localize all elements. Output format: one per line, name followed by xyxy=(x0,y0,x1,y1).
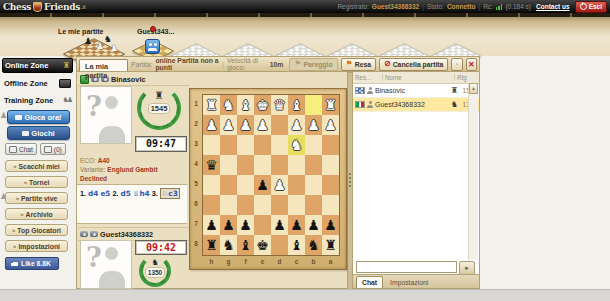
square-g7[interactable]: ♟ xyxy=(220,215,237,235)
detach-button[interactable]: ▫ xyxy=(451,58,462,71)
file-label-g: g xyxy=(220,256,237,267)
white-rook-h1: ♜ xyxy=(205,95,218,115)
player-row-guest34368332[interactable]: Guest34368332♞1350 xyxy=(353,98,479,112)
player-row-binasovic[interactable]: Binasovic♜1545 xyxy=(353,84,479,98)
opponent-avatar: ? xyxy=(80,86,132,144)
eco-label: ECO: xyxy=(80,157,96,164)
resign-flag-icon: ⚑ xyxy=(346,60,353,68)
speed-label: Velocità di gioco: xyxy=(227,57,267,71)
square-d4[interactable] xyxy=(271,155,288,175)
menu-label: Partite vive xyxy=(21,195,57,202)
white-pawn-a2: ♟ xyxy=(324,115,337,135)
draw-flag-icon: ⚑ xyxy=(294,60,301,68)
person-icon xyxy=(367,101,373,108)
avatar-silhouette xyxy=(99,126,125,144)
webcam-icon[interactable] xyxy=(80,231,88,237)
move[interactable]: d5 xyxy=(121,189,131,198)
square-e7[interactable] xyxy=(254,215,271,235)
file-label-c: c xyxy=(288,256,305,267)
square-g3[interactable] xyxy=(220,135,237,155)
square-h5[interactable] xyxy=(203,175,220,195)
white-queen-d1: ♛ xyxy=(273,95,286,115)
games-thumbnail-bar: Le mie partite ♟ ♟ ♞ ♟ Guest343... Binas… xyxy=(0,13,610,56)
person-icon xyxy=(367,87,373,94)
column-res: Res... xyxy=(353,74,383,81)
black-pawn-c7: ♟ xyxy=(290,215,303,235)
square-g1[interactable]: ♞ xyxy=(220,95,237,115)
square-b2[interactable]: ♟ xyxy=(305,115,322,135)
variant-label: Variante: xyxy=(80,166,106,173)
chat-toggle-row: Chat (0) xyxy=(5,143,66,155)
move-number[interactable]: 2. xyxy=(112,189,118,198)
player-header: Guest34368332 xyxy=(78,227,190,241)
sidebar-item-online-zone[interactable]: Online Zone ♜ xyxy=(2,58,73,73)
status-value: Connetto xyxy=(447,3,476,10)
square-h6[interactable] xyxy=(203,195,220,215)
bullet-icon: » xyxy=(13,163,16,169)
move-number[interactable]: 1. xyxy=(80,189,86,198)
square-a2[interactable]: ♟ xyxy=(322,115,339,135)
page-footer-strip xyxy=(0,289,610,301)
square-e2[interactable]: ♟ xyxy=(254,115,271,135)
column-rtg: Rtg xyxy=(455,74,479,81)
players-panel: Res... Nome Rtg Binasovic♜1545Guest34368… xyxy=(352,72,480,289)
thumb-pawn-icon: ♟ xyxy=(96,42,104,51)
sidebar-item-scacchi-miei[interactable]: »Scacchi miei xyxy=(5,160,68,172)
game-panel: Binasovic ? ♜ 1545 09:47 ECO: A40 Varian… xyxy=(76,72,348,289)
square-g5[interactable] xyxy=(220,175,237,195)
screen-icon xyxy=(59,79,71,88)
notifications-button[interactable]: (0) xyxy=(40,143,66,155)
sidebar: Online Zone ♜ Offline Zone Training Zone… xyxy=(0,56,76,289)
white-bishop-f1: ♝ xyxy=(239,95,252,115)
column-nome: Nome xyxy=(383,74,455,81)
rc-label: Rc: xyxy=(483,3,493,10)
white-knight-c3: ♞ xyxy=(290,135,303,155)
site-logo[interactable]: Chess Friends .it xyxy=(3,2,85,12)
scroll-up-icon[interactable]: ▲ xyxy=(469,83,478,94)
square-e3[interactable] xyxy=(254,135,271,155)
square-g4[interactable] xyxy=(220,155,237,175)
square-c7[interactable]: ♟ xyxy=(288,215,305,235)
scrollbar[interactable]: ▲ xyxy=(468,83,478,260)
rank-label-2: 2 xyxy=(190,114,202,134)
players-table: Binasovic♜1545Guest34368332♞1350 xyxy=(353,84,479,112)
logo-text-2: Friends xyxy=(44,2,80,12)
thumb-pawn-icon: ♟ xyxy=(84,37,92,46)
question-mark: ? xyxy=(86,242,102,273)
player-rating-wreath: ♞ 1350 xyxy=(139,255,171,287)
contact-us-link[interactable]: Contact us xyxy=(536,3,570,10)
tab-settings[interactable]: Impostazioni xyxy=(386,277,432,288)
rc-value: (0.184 s) xyxy=(505,3,531,10)
square-c1[interactable]: ♝ xyxy=(288,95,305,115)
players-icon xyxy=(145,39,160,54)
file-label-h: h xyxy=(203,256,220,267)
square-e1[interactable]: ♚ xyxy=(254,95,271,115)
square-g8[interactable]: ♞ xyxy=(220,235,237,255)
status-label: Stato: xyxy=(427,3,444,10)
bullet-icon: » xyxy=(16,195,19,201)
games-icon xyxy=(22,131,29,136)
rank-label-3: 3 xyxy=(190,134,202,154)
panel-tabs: Chat Impostazioni xyxy=(353,274,479,288)
white-king-e1: ♚ xyxy=(256,95,269,115)
logout-label: Esci xyxy=(589,3,602,10)
white-knight-g1: ♞ xyxy=(222,95,235,115)
square-d1[interactable]: ♛ xyxy=(271,95,288,115)
draw-label: Pareggio xyxy=(303,61,332,68)
white-pawn-f2: ♟ xyxy=(239,115,252,135)
black-pawn-b7: ♟ xyxy=(307,215,320,235)
square-b7[interactable]: ♟ xyxy=(305,215,322,235)
pawns-icon: ♞♟ xyxy=(62,96,71,104)
square-c8[interactable]: ♝ xyxy=(288,235,305,255)
rank-label-7: 7 xyxy=(190,214,202,234)
chess-board: 12345678 ♜♞♝♚♛♝♜♟♟♟♟♟♟♟♞♛♟♟♟♟♟♟♟♟♟♜♞♝♚♝♞… xyxy=(189,88,347,270)
games-label: Giochi xyxy=(31,129,54,138)
square-c6[interactable] xyxy=(288,195,305,215)
my-games-label: Le mie partite xyxy=(58,28,104,35)
training-zone-label: Training Zone xyxy=(4,96,53,105)
bullet-icon: » xyxy=(24,179,27,185)
square-g6[interactable] xyxy=(220,195,237,215)
rank-label-1: 1 xyxy=(190,94,202,114)
black-rook-h8: ♜ xyxy=(205,235,218,255)
square-f7[interactable]: ♟ xyxy=(237,215,254,235)
rank-label-8: 8 xyxy=(190,234,202,254)
send-button[interactable]: ▸ xyxy=(459,261,475,275)
knight-badge-icon: ♞ xyxy=(139,258,171,268)
row-player-name: Binasovic xyxy=(375,87,449,94)
white-pawn-h2: ♟ xyxy=(205,115,218,135)
chat-input[interactable] xyxy=(356,261,457,273)
square-d5[interactable]: ♟ xyxy=(271,175,288,195)
cancel-game-button[interactable]: ⊘Cancella partita xyxy=(379,58,448,71)
facebook-like-button[interactable]: Like 8.8K xyxy=(5,257,59,270)
resign-button[interactable]: ⚑Resa xyxy=(341,58,376,71)
black-pawn-f7: ♟ xyxy=(239,215,252,235)
play-icon xyxy=(15,115,22,120)
logo-text-1: Chess xyxy=(3,2,31,12)
sidebar-item-impostazioni[interactable]: »Impostazioni xyxy=(5,240,68,252)
square-b4[interactable] xyxy=(305,155,322,175)
square-b3[interactable] xyxy=(305,135,322,155)
square-a6[interactable] xyxy=(322,195,339,215)
power-icon xyxy=(580,3,587,10)
square-b6[interactable] xyxy=(305,195,322,215)
square-a1[interactable]: ♜ xyxy=(322,95,339,115)
square-a5[interactable] xyxy=(322,175,339,195)
sidebar-item-offline-zone[interactable]: Offline Zone xyxy=(2,76,73,90)
square-e5[interactable]: ♟ xyxy=(254,175,271,195)
sidebar-item-top-giocatori[interactable]: »Top Giocatori xyxy=(5,224,68,236)
rank-label-5: 5 xyxy=(190,174,202,194)
avatar-silhouette xyxy=(99,271,125,289)
black-bishop-c8: ♝ xyxy=(290,235,303,255)
player-clock: 09:42 xyxy=(135,240,187,255)
logout-button[interactable]: Esci xyxy=(575,1,607,13)
white-pawn-g2: ♟ xyxy=(222,115,235,135)
square-f2[interactable]: ♟ xyxy=(237,115,254,135)
square-a7[interactable]: ♟ xyxy=(322,215,339,235)
registered-username: Guest34368332 xyxy=(372,3,419,10)
draw-button[interactable]: ⚑Pareggio xyxy=(289,58,337,71)
file-label-e: e xyxy=(254,256,271,267)
question-mark: ? xyxy=(86,91,102,122)
square-e4[interactable] xyxy=(254,155,271,175)
square-a3[interactable] xyxy=(322,135,339,155)
games-button[interactable]: Giochi xyxy=(7,126,70,140)
tab-my-game[interactable]: La mia partita xyxy=(79,59,128,71)
chat-count: (0) xyxy=(54,146,62,153)
bullet-icon: » xyxy=(20,211,23,217)
move-number[interactable]: 3. xyxy=(152,189,158,198)
player-rating: 1350 xyxy=(145,267,165,278)
game-type-value: online Partita non a punti xyxy=(155,57,218,71)
square-h7[interactable]: ♟ xyxy=(203,215,220,235)
square-a8[interactable]: ♜ xyxy=(322,235,339,255)
file-label-d: d xyxy=(271,256,288,267)
file-labels: hgfedcba xyxy=(203,256,339,267)
square-e6[interactable] xyxy=(254,195,271,215)
player-name[interactable]: Guest34368332 xyxy=(100,230,153,239)
square-b8[interactable]: ♞ xyxy=(305,235,322,255)
square-h1[interactable]: ♜ xyxy=(203,95,220,115)
square-d7[interactable]: ♟ xyxy=(271,215,288,235)
black-knight-b8: ♞ xyxy=(307,235,320,255)
bullet-icon: » xyxy=(12,227,15,233)
sidebar-item-partite-vive[interactable]: »Partite vive xyxy=(5,192,68,204)
rook-icon: ♜ xyxy=(63,61,70,70)
game-toolbar: La mia partita Partita: online Partita n… xyxy=(76,56,480,72)
rank-label-6: 6 xyxy=(190,194,202,214)
opening-info: ECO: A40 Variante: Englund Gambit Declin… xyxy=(80,156,184,183)
square-g2[interactable]: ♟ xyxy=(220,115,237,135)
square-f3[interactable] xyxy=(237,135,254,155)
chat-label: Chat xyxy=(19,146,33,153)
board-grid: ♜♞♝♚♛♝♜♟♟♟♟♟♟♟♞♛♟♟♟♟♟♟♟♟♟♜♞♝♚♝♞♜ xyxy=(202,94,340,256)
registered-label: Registrato: xyxy=(337,3,368,10)
square-f8[interactable]: ♝ xyxy=(237,235,254,255)
move[interactable]: e5 xyxy=(100,189,110,198)
rank-piece-icon: ♞ xyxy=(451,100,458,109)
resign-label: Resa xyxy=(355,61,371,68)
white-pawn-e2: ♟ xyxy=(256,115,269,135)
speed-value: 10m xyxy=(270,61,284,68)
sidebar-item-archivio[interactable]: »Archivio xyxy=(5,208,68,220)
separator: | xyxy=(222,60,224,69)
rook-badge-icon: ♜ xyxy=(137,91,181,101)
menu-label: Impostazioni xyxy=(18,243,60,250)
menu-label: Top Giocatori xyxy=(17,227,61,234)
file-label-b: b xyxy=(305,256,322,267)
square-h4[interactable]: ♛ xyxy=(203,155,220,175)
move[interactable]: d4 xyxy=(88,189,98,198)
bell-icon xyxy=(44,146,52,153)
eco-code: A40 xyxy=(98,157,110,164)
separator: | xyxy=(478,3,480,10)
square-f1[interactable]: ♝ xyxy=(237,95,254,115)
square-f6[interactable] xyxy=(237,195,254,215)
chat-icon xyxy=(9,146,17,153)
box-icon: ▫ xyxy=(456,61,458,67)
rank-piece-icon: ♜ xyxy=(451,86,458,95)
opponent-name[interactable]: Binasovic xyxy=(111,75,145,84)
sidebar-item-tornei[interactable]: »Tornei xyxy=(5,176,68,188)
menu-label: Tornei xyxy=(29,179,49,186)
black-rook-a8: ♜ xyxy=(324,235,337,255)
play-now-button[interactable]: Gioca ora! xyxy=(7,110,70,124)
tab-chat[interactable]: Chat xyxy=(356,276,383,288)
row-player-name: Guest34368332 xyxy=(375,101,449,108)
white-pawn-c2: ♟ xyxy=(290,115,303,135)
square-c5[interactable] xyxy=(288,175,305,195)
white-pawn-b2: ♟ xyxy=(307,115,320,135)
move[interactable]: ♘c3 xyxy=(160,188,180,199)
play-now-label: Gioca ora! xyxy=(24,113,61,122)
black-pawn-h7: ♟ xyxy=(205,215,218,235)
black-pawn-g7: ♟ xyxy=(222,215,235,235)
avatar-silhouette xyxy=(105,247,118,260)
white-bishop-c1: ♝ xyxy=(290,95,303,115)
opponent-rating: 1545 xyxy=(148,103,170,114)
menu-label: Scacchi miei xyxy=(19,163,60,170)
square-c3[interactable]: ♞ xyxy=(288,135,305,155)
top-bar: Chess Friends .it Registrato: Guest34368… xyxy=(0,0,610,13)
square-d2[interactable] xyxy=(271,115,288,135)
sidebar-item-training-zone[interactable]: Training Zone ♞♟ xyxy=(2,93,73,107)
black-pawn-a7: ♟ xyxy=(324,215,337,235)
square-h8[interactable]: ♜ xyxy=(203,235,220,255)
square-f5[interactable] xyxy=(237,175,254,195)
file-label-a: a xyxy=(322,256,339,267)
flag-icon-checkered xyxy=(355,87,365,94)
opponent-rating-wreath: ♜ 1545 xyxy=(137,86,181,130)
black-pawn-d7: ♟ xyxy=(273,215,286,235)
game-type-label: Partita: xyxy=(131,61,153,68)
square-f4[interactable] xyxy=(237,155,254,175)
square-h3[interactable] xyxy=(203,135,220,155)
thumb-pawn-icon: ♟ xyxy=(110,44,118,53)
square-d8[interactable] xyxy=(271,235,288,255)
shield-icon xyxy=(33,2,42,12)
black-king-e8: ♚ xyxy=(256,235,269,255)
cancel-label: Cancella partita xyxy=(393,61,444,68)
close-icon: ✕ xyxy=(468,60,475,69)
close-button[interactable]: ✕ xyxy=(466,58,477,71)
thumbs-up-icon xyxy=(13,262,18,266)
file-label-f: f xyxy=(237,256,254,267)
square-c2[interactable]: ♟ xyxy=(288,115,305,135)
avatar-silhouette xyxy=(105,96,118,109)
cancel-icon: ⊘ xyxy=(384,60,391,68)
black-bishop-f8: ♝ xyxy=(239,235,252,255)
chat-input-row: ▸ xyxy=(356,261,475,273)
like-label: Like 8.8K xyxy=(21,260,51,267)
black-knight-g8: ♞ xyxy=(222,235,235,255)
white-pawn-d5: ♟ xyxy=(273,175,286,195)
square-h2[interactable]: ♟ xyxy=(203,115,220,135)
player-avatar: ? xyxy=(80,240,132,289)
rank-labels: 12345678 xyxy=(190,94,202,254)
bullet-icon: » xyxy=(13,243,16,249)
square-d6[interactable] xyxy=(271,195,288,215)
rank-label-4: 4 xyxy=(190,154,202,174)
move[interactable]: ♕h4 xyxy=(133,189,150,198)
sidebar-chat-button[interactable]: Chat xyxy=(5,143,37,155)
online-zone-label: Online Zone xyxy=(5,61,48,70)
square-b5[interactable] xyxy=(305,175,322,195)
webcam-icon[interactable] xyxy=(90,231,98,237)
square-a4[interactable] xyxy=(322,155,339,175)
menu-label: Archivio xyxy=(26,211,53,218)
flag-icon-italy xyxy=(355,101,365,108)
chessfriends-app: Chess Friends .it Registrato: Guest34368… xyxy=(0,0,610,301)
square-e8[interactable]: ♚ xyxy=(254,235,271,255)
white-rook-a1: ♜ xyxy=(324,95,337,115)
black-queen-h4: ♛ xyxy=(205,155,218,175)
square-d3[interactable] xyxy=(271,135,288,155)
logo-tld: .it xyxy=(81,4,85,10)
opponent-clock: 09:47 xyxy=(135,136,187,152)
separator: | xyxy=(422,3,424,10)
session-info: Registrato: Guest34368332 | Stato: Conne… xyxy=(337,1,607,13)
players-table-header: Res... Nome Rtg xyxy=(353,72,479,84)
square-c4[interactable] xyxy=(288,155,305,175)
offline-zone-label: Offline Zone xyxy=(4,79,48,88)
square-b1[interactable] xyxy=(305,95,322,115)
black-pawn-e5: ♟ xyxy=(256,175,269,195)
moves-list[interactable]: 1.d4e52.d5♕h43.♘c3 xyxy=(77,184,187,224)
signal-icon xyxy=(496,4,503,10)
active-game-marker xyxy=(150,26,156,32)
